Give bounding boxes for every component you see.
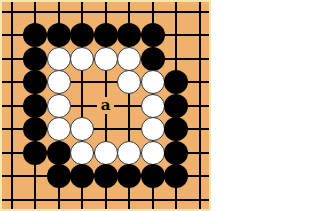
black-stone: [70, 164, 94, 188]
white-stone: [70, 117, 94, 141]
board-frame: a: [0, 0, 211, 211]
black-stone: [23, 23, 47, 47]
horizontal-grid-line: [2, 199, 209, 201]
black-stone: [141, 164, 165, 188]
white-stone: [117, 70, 141, 94]
black-stone: [23, 141, 47, 165]
go-board: a: [2, 2, 209, 209]
black-stone: [164, 94, 188, 118]
black-stone: [94, 23, 118, 47]
white-stone: [47, 117, 71, 141]
go-diagram: a: [0, 0, 320, 211]
white-stone: [70, 47, 94, 71]
black-stone: [47, 23, 71, 47]
white-stone: [47, 70, 71, 94]
white-stone: [141, 94, 165, 118]
white-stone: [94, 141, 118, 165]
white-stone: [141, 117, 165, 141]
white-stone: [47, 47, 71, 71]
black-stone: [141, 23, 165, 47]
black-stone: [164, 70, 188, 94]
black-stone: [117, 23, 141, 47]
white-stone: [117, 141, 141, 165]
black-stone: [23, 70, 47, 94]
point-label-a: a: [97, 97, 114, 114]
white-stone: [141, 141, 165, 165]
black-stone: [164, 164, 188, 188]
black-stone: [70, 23, 94, 47]
white-stone: [117, 47, 141, 71]
black-stone: [23, 94, 47, 118]
black-stone: [164, 141, 188, 165]
white-stone: [70, 141, 94, 165]
black-stone: [47, 164, 71, 188]
black-stone: [141, 47, 165, 71]
black-stone: [164, 117, 188, 141]
black-stone: [23, 47, 47, 71]
white-stone: [47, 94, 71, 118]
black-stone: [47, 141, 71, 165]
black-stone: [117, 164, 141, 188]
white-stone: [94, 47, 118, 71]
vertical-grid-line: [199, 2, 201, 209]
white-stone: [141, 70, 165, 94]
black-stone: [94, 164, 118, 188]
black-stone: [23, 117, 47, 141]
